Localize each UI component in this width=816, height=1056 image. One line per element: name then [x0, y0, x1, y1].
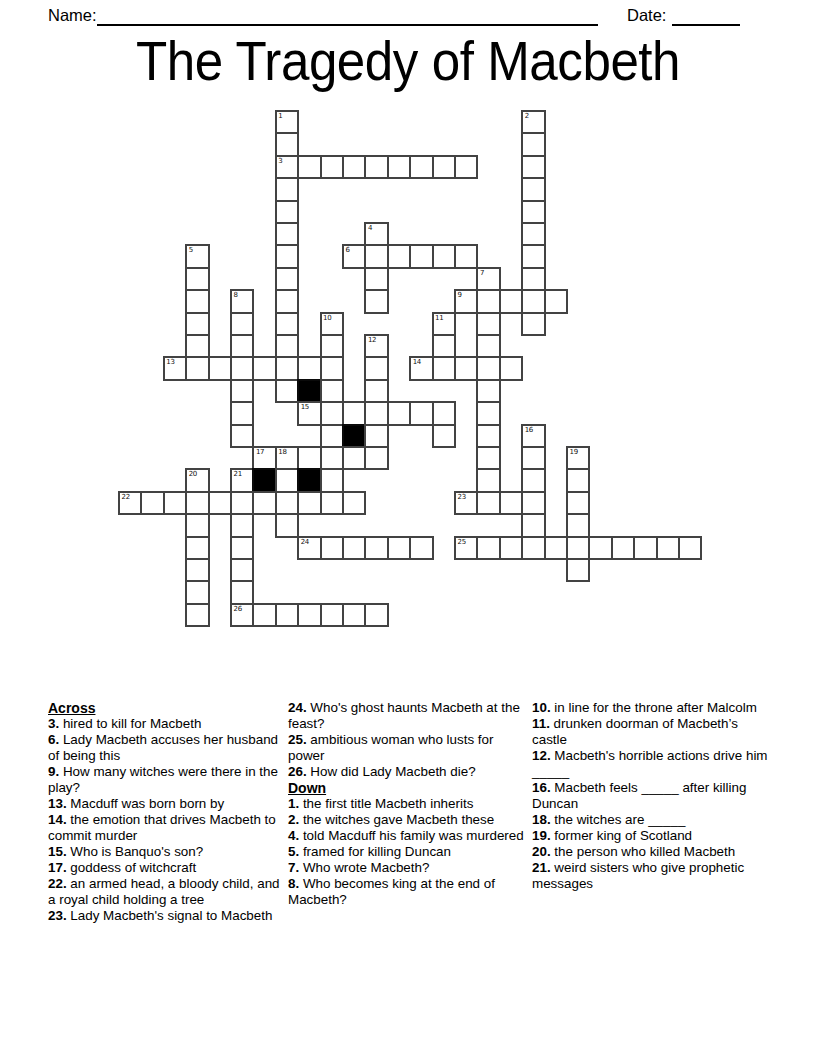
grid-cell[interactable] — [476, 289, 500, 313]
grid-cell[interactable] — [275, 289, 299, 313]
clue-number: 18 — [278, 448, 286, 457]
clue-number: 20 — [189, 470, 197, 479]
clue: 13. Macduff was born born by — [48, 796, 284, 812]
clue-number: 24 — [301, 538, 309, 547]
grid-cell[interactable] — [521, 244, 545, 268]
clue: 17. goddess of witchcraft — [48, 860, 284, 876]
grid-cell[interactable] — [185, 536, 209, 560]
clue-number-label: 3. — [48, 716, 59, 731]
grid-cell[interactable]: 13 — [163, 356, 187, 380]
clue-number-label: 10. — [532, 700, 551, 715]
grid-cell[interactable] — [364, 446, 388, 470]
grid-cell[interactable]: 26 — [230, 603, 254, 627]
grid-cell[interactable] — [364, 401, 388, 425]
clue-number-label: 6. — [48, 732, 59, 747]
worksheet-page: Name: Date: The Tragedy of Macbeth 12345… — [0, 0, 816, 1056]
grid-cell[interactable] — [476, 401, 500, 425]
grid-cell[interactable] — [499, 289, 523, 313]
grid-cell[interactable] — [230, 513, 254, 537]
grid-cell[interactable] — [566, 558, 590, 582]
clue-number-label: 16. — [532, 780, 551, 795]
grid-cell[interactable] — [387, 155, 411, 179]
date-label: Date: — [627, 6, 666, 25]
clue: 2. the witches gave Macbeth these — [288, 812, 524, 828]
grid-cell[interactable] — [275, 603, 299, 627]
clue-number-label: 20. — [532, 844, 551, 859]
grid-cell[interactable]: 25 — [454, 536, 478, 560]
clue-section-header: Across — [48, 700, 284, 716]
grid-cell[interactable] — [454, 356, 478, 380]
grid-cell[interactable]: 2 — [521, 110, 545, 134]
clue: 25. ambitious woman who lusts for power — [288, 732, 524, 764]
grid-cell[interactable] — [409, 155, 433, 179]
grid-cell[interactable] — [275, 334, 299, 358]
grid-cell[interactable] — [454, 155, 478, 179]
grid-cell[interactable] — [476, 468, 500, 492]
grid-cell[interactable] — [275, 132, 299, 156]
black-cell — [297, 468, 321, 492]
grid-cell[interactable] — [297, 446, 321, 470]
grid-cell[interactable] — [364, 536, 388, 560]
grid-cell[interactable] — [476, 334, 500, 358]
grid-cell[interactable]: 22 — [118, 491, 142, 515]
grid-cell[interactable] — [230, 491, 254, 515]
clue: 22. an armed head, a bloody child, and a… — [48, 876, 284, 908]
grid-cell[interactable]: 8 — [230, 289, 254, 313]
clue-number-label: 14. — [48, 812, 67, 827]
grid-cell[interactable]: 1 — [275, 110, 299, 134]
grid-cell[interactable] — [521, 132, 545, 156]
grid-cell[interactable] — [432, 244, 456, 268]
clue-number-label: 25. — [288, 732, 307, 747]
grid-cell[interactable] — [409, 244, 433, 268]
clue: 10. in line for the throne after Malcolm — [532, 700, 774, 716]
name-label: Name: — [48, 6, 97, 25]
clue-number-label: 1. — [288, 796, 299, 811]
clue-number: 7 — [480, 269, 484, 278]
grid-cell[interactable] — [566, 491, 590, 515]
grid-cell[interactable] — [521, 491, 545, 515]
grid-cell[interactable] — [208, 491, 232, 515]
clue: 5. framed for killing Duncan — [288, 844, 524, 860]
grid-cell[interactable]: 20 — [185, 468, 209, 492]
clue: 4. told Macduff his family was murdered — [288, 828, 524, 844]
crossword-grid: 1234567891011121314151617181920212223242… — [118, 110, 701, 626]
grid-cell[interactable] — [185, 558, 209, 582]
grid-cell[interactable] — [185, 603, 209, 627]
grid-cell[interactable]: 21 — [230, 468, 254, 492]
puzzle-title: The Tragedy of Macbeth — [29, 34, 788, 89]
grid-cell[interactable] — [342, 401, 366, 425]
clue: 11. drunken doorman of Macbeth’s castle — [532, 716, 774, 748]
grid-cell[interactable] — [432, 155, 456, 179]
grid-cell[interactable] — [364, 356, 388, 380]
grid-cell[interactable] — [320, 446, 344, 470]
clue-number: 5 — [189, 246, 193, 255]
clue-number-label: 17. — [48, 860, 67, 875]
grid-cell[interactable] — [521, 312, 545, 336]
black-cell — [297, 379, 321, 403]
clue-number-label: 21. — [532, 860, 551, 875]
grid-cell[interactable] — [521, 155, 545, 179]
grid-cell[interactable] — [611, 536, 635, 560]
grid-cell[interactable] — [342, 155, 366, 179]
grid-cell[interactable] — [185, 289, 209, 313]
grid-cell[interactable] — [387, 536, 411, 560]
clue-number-label: 26. — [288, 764, 307, 779]
grid-cell[interactable] — [432, 424, 456, 448]
grid-cell[interactable]: 12 — [364, 334, 388, 358]
grid-cell[interactable] — [342, 603, 366, 627]
clue: 19. former king of Scotland — [532, 828, 774, 844]
clue: 14. the emotion that drives Macbeth to c… — [48, 812, 284, 844]
grid-cell[interactable] — [275, 491, 299, 515]
grid-cell[interactable] — [275, 200, 299, 224]
grid-cell[interactable] — [476, 356, 500, 380]
grid-cell[interactable] — [185, 513, 209, 537]
grid-cell[interactable] — [230, 401, 254, 425]
grid-cell[interactable] — [208, 356, 232, 380]
grid-cell[interactable] — [364, 424, 388, 448]
grid-cell[interactable] — [432, 334, 456, 358]
grid-cell[interactable] — [320, 536, 344, 560]
grid-cell[interactable] — [521, 267, 545, 291]
grid-cell[interactable]: 19 — [566, 446, 590, 470]
grid-cell[interactable] — [364, 267, 388, 291]
grid-cell[interactable] — [476, 424, 500, 448]
clue: 7. Who wrote Macbeth? — [288, 860, 524, 876]
clue-number-label: 23. — [48, 908, 67, 923]
grid-cell[interactable] — [499, 491, 523, 515]
clue: 21. weird sisters who give prophetic mes… — [532, 860, 774, 892]
clue: 23. Lady Macbeth's signal to Macbeth — [48, 908, 284, 924]
clue: 9. How many witches were there in the pl… — [48, 764, 284, 796]
grid-cell[interactable] — [588, 536, 612, 560]
grid-cell[interactable] — [320, 401, 344, 425]
grid-cell[interactable]: 16 — [521, 424, 545, 448]
grid-cell[interactable]: 10 — [320, 312, 344, 336]
clue-number: 1 — [278, 112, 282, 121]
clue: 16. Macbeth feels _____ after killing Du… — [532, 780, 774, 812]
clue-number-label: 5. — [288, 844, 299, 859]
grid-cell[interactable] — [230, 334, 254, 358]
clue-number: 13 — [166, 358, 174, 367]
grid-cell[interactable] — [230, 312, 254, 336]
grid-cell[interactable] — [185, 334, 209, 358]
date-blank-line — [672, 24, 740, 26]
grid-cell[interactable] — [656, 536, 680, 560]
clue-section-header: Down — [288, 780, 524, 796]
clue-number: 17 — [256, 448, 264, 457]
clue-number: 10 — [323, 314, 331, 323]
clue-number: 25 — [458, 538, 466, 547]
grid-cell[interactable] — [252, 603, 276, 627]
grid-cell[interactable] — [230, 580, 254, 604]
clue-number: 21 — [234, 470, 242, 479]
grid-cell[interactable] — [230, 424, 254, 448]
grid-cell[interactable] — [297, 491, 321, 515]
clue: 15. Who is Banquo's son? — [48, 844, 284, 860]
grid-cell[interactable] — [320, 491, 344, 515]
clue-number: 8 — [234, 291, 238, 300]
grid-cell[interactable] — [521, 200, 545, 224]
grid-cell[interactable] — [476, 491, 500, 515]
clue-number: 22 — [122, 493, 130, 502]
grid-cell[interactable]: 17 — [252, 446, 276, 470]
clue-number: 14 — [413, 358, 421, 367]
name-blank-line — [97, 24, 598, 26]
clue: 20. the person who killed Macbeth — [532, 844, 774, 860]
clue-number: 6 — [346, 246, 350, 255]
grid-cell[interactable] — [544, 289, 568, 313]
grid-cell[interactable] — [252, 356, 276, 380]
grid-cell[interactable] — [678, 536, 702, 560]
grid-cell[interactable]: 23 — [454, 491, 478, 515]
grid-cell[interactable]: 9 — [454, 289, 478, 313]
grid-cell[interactable] — [521, 446, 545, 470]
clue-number: 4 — [368, 224, 372, 233]
grid-cell[interactable]: 7 — [476, 267, 500, 291]
grid-cell[interactable] — [364, 244, 388, 268]
clue-number: 16 — [525, 426, 533, 435]
clue-number: 26 — [234, 605, 242, 614]
grid-cell[interactable] — [521, 177, 545, 201]
grid-cell[interactable]: 18 — [275, 446, 299, 470]
grid-cell[interactable] — [499, 536, 523, 560]
grid-cell[interactable] — [320, 356, 344, 380]
clue-number: 9 — [458, 291, 462, 300]
grid-cell[interactable] — [297, 356, 321, 380]
clue: 26. How did Lady Macbeth die? — [288, 764, 524, 780]
grid-cell[interactable]: 14 — [409, 356, 433, 380]
clue-number: 12 — [368, 336, 376, 345]
grid-cell[interactable] — [521, 536, 545, 560]
grid-cell[interactable] — [275, 379, 299, 403]
clue: 6. Lady Macbeth accuses her husband of b… — [48, 732, 284, 764]
grid-cell[interactable] — [275, 177, 299, 201]
grid-cell[interactable] — [320, 424, 344, 448]
grid-cell[interactable]: 11 — [432, 312, 456, 336]
grid-cell[interactable] — [409, 401, 433, 425]
grid-cell[interactable] — [633, 536, 657, 560]
grid-cell[interactable] — [342, 491, 366, 515]
grid-cell[interactable] — [140, 491, 164, 515]
clue-number-label: 24. — [288, 700, 307, 715]
clue-number-label: 9. — [48, 764, 59, 779]
grid-cell[interactable] — [185, 312, 209, 336]
grid-cell[interactable] — [320, 379, 344, 403]
clue-number: 3 — [278, 157, 282, 166]
clue-number-label: 7. — [288, 860, 299, 875]
grid-cell[interactable] — [185, 267, 209, 291]
clue-number: 15 — [301, 403, 309, 412]
grid-cell[interactable]: 15 — [297, 401, 321, 425]
grid-cell[interactable] — [275, 312, 299, 336]
grid-cell[interactable] — [275, 267, 299, 291]
grid-cell[interactable] — [387, 244, 411, 268]
grid-cell[interactable] — [432, 356, 456, 380]
grid-cell[interactable] — [499, 356, 523, 380]
grid-cell[interactable] — [185, 491, 209, 515]
grid-cell[interactable] — [342, 536, 366, 560]
clue-number: 19 — [570, 448, 578, 457]
grid-cell[interactable] — [364, 289, 388, 313]
clue-number-label: 8. — [288, 876, 299, 891]
grid-cell[interactable] — [297, 603, 321, 627]
black-cell — [342, 424, 366, 448]
grid-cell[interactable] — [275, 222, 299, 246]
grid-cell[interactable]: 6 — [342, 244, 366, 268]
grid-cell[interactable] — [476, 379, 500, 403]
grid-cell[interactable] — [275, 468, 299, 492]
clue-number-label: 11. — [532, 716, 550, 731]
black-cell — [252, 468, 276, 492]
grid-cell[interactable] — [476, 312, 500, 336]
grid-cell[interactable] — [275, 244, 299, 268]
grid-cell[interactable] — [521, 468, 545, 492]
grid-cell[interactable] — [275, 513, 299, 537]
grid-cell[interactable] — [320, 468, 344, 492]
clue-number: 2 — [525, 112, 529, 121]
clues-column-3: 10. in line for the throne after Malcolm… — [532, 700, 774, 892]
clue-number-label: 15. — [48, 844, 67, 859]
grid-cell[interactable] — [364, 379, 388, 403]
grid-cell[interactable] — [297, 155, 321, 179]
clue: 24. Who's ghost haunts Macbeth at the fe… — [288, 700, 524, 732]
clue-number-label: 4. — [288, 828, 299, 843]
grid-cell[interactable] — [476, 536, 500, 560]
clue-number-label: 22. — [48, 876, 67, 891]
grid-cell[interactable] — [432, 401, 456, 425]
clue-number-label: 19. — [532, 828, 551, 843]
grid-cell[interactable]: 5 — [185, 244, 209, 268]
clue-number: 11 — [435, 314, 443, 323]
clue-number: 23 — [458, 493, 466, 502]
clue-number-label: 12. — [532, 748, 551, 763]
grid-cell[interactable] — [566, 536, 590, 560]
grid-cell[interactable] — [320, 603, 344, 627]
clue-number-label: 2. — [288, 812, 299, 827]
grid-cell[interactable] — [342, 446, 366, 470]
grid-cell[interactable] — [230, 379, 254, 403]
clue: 12. Macbeth's horrible actions drive him… — [532, 748, 774, 780]
grid-cell[interactable] — [185, 580, 209, 604]
grid-cell[interactable] — [521, 222, 545, 246]
clue-number-label: 18. — [532, 812, 551, 827]
grid-cell[interactable] — [320, 155, 344, 179]
grid-cell[interactable] — [364, 155, 388, 179]
grid-cell[interactable] — [230, 356, 254, 380]
grid-cell[interactable] — [163, 491, 187, 515]
grid-cell[interactable] — [521, 513, 545, 537]
grid-cell[interactable] — [185, 356, 209, 380]
grid-cell[interactable] — [230, 536, 254, 560]
clue: 8. Who becomes king at the end of Macbet… — [288, 876, 524, 908]
grid-cell[interactable] — [230, 558, 254, 582]
grid-cell[interactable] — [544, 536, 568, 560]
grid-cell[interactable] — [320, 334, 344, 358]
grid-cell[interactable] — [476, 446, 500, 470]
clue: 3. hired to kill for Macbeth — [48, 716, 284, 732]
grid-cell[interactable] — [364, 603, 388, 627]
clues-column-2: 24. Who's ghost haunts Macbeth at the fe… — [288, 700, 524, 908]
grid-cell[interactable]: 4 — [364, 222, 388, 246]
grid-cell[interactable] — [454, 244, 478, 268]
grid-cell[interactable] — [387, 401, 411, 425]
grid-cell[interactable] — [252, 491, 276, 515]
grid-cell[interactable] — [409, 536, 433, 560]
grid-cell[interactable] — [566, 468, 590, 492]
clues-column-1: Across3. hired to kill for Macbeth6. Lad… — [48, 700, 284, 924]
clue: 1. the first title Macbeth inherits — [288, 796, 524, 812]
grid-cell[interactable]: 3 — [275, 155, 299, 179]
grid-cell[interactable] — [275, 356, 299, 380]
grid-cell[interactable] — [521, 289, 545, 313]
clue-number-label: 13. — [48, 796, 67, 811]
grid-cell[interactable] — [566, 513, 590, 537]
clue: 18. the witches are _____ — [532, 812, 774, 828]
grid-cell[interactable]: 24 — [297, 536, 321, 560]
